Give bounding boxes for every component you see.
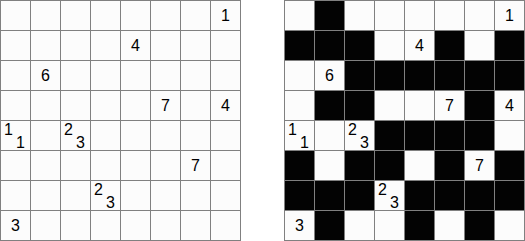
solution-cell-r1c6	[435, 1, 465, 31]
puzzle-cell-r8c5	[121, 211, 151, 241]
puzzle-cell-r2c4	[91, 31, 121, 61]
clue-value: 7	[465, 151, 494, 180]
clue-value-1: 2	[348, 122, 357, 138]
puzzle-cell-r3c6	[151, 61, 181, 91]
solution-cell-r7c8	[495, 181, 525, 211]
puzzle-cell-r6c7: 7	[181, 151, 211, 181]
solution-cell-r3c3	[345, 61, 375, 91]
puzzle-cell-r4c4	[91, 91, 121, 121]
puzzle-board: 1467411237233	[0, 0, 241, 241]
clue-value: 4	[495, 91, 524, 120]
puzzle-cell-r2c6	[151, 31, 181, 61]
clue-value: 3	[285, 211, 314, 240]
solution-cell-r7c4: 23	[375, 181, 405, 211]
clue-value: 7	[181, 151, 210, 180]
clue-value: 7	[435, 91, 464, 120]
puzzle-cell-r1c6	[151, 1, 181, 31]
solution-cell-r2c5: 4	[405, 31, 435, 61]
clue-value: 3	[1, 211, 30, 240]
solution-cell-r2c6	[435, 31, 465, 61]
puzzle-cell-r5c7	[181, 121, 211, 151]
clue-value: 7	[151, 91, 180, 120]
solution-cell-r6c7: 7	[465, 151, 495, 181]
puzzle-cell-r8c7	[181, 211, 211, 241]
solution-board: 1467411237233	[284, 0, 525, 241]
solution-cell-r3c4	[375, 61, 405, 91]
puzzle-cell-r2c1	[1, 31, 31, 61]
clue-value: 1	[211, 1, 240, 30]
solution-cell-r1c3	[345, 1, 375, 31]
solution-cell-r5c3: 23	[345, 121, 375, 151]
clue-value: 1	[495, 1, 524, 30]
solution-cell-r7c3	[345, 181, 375, 211]
clue-value-2: 1	[16, 135, 25, 151]
solution-cell-r6c8	[495, 151, 525, 181]
puzzle-cell-r2c3	[61, 31, 91, 61]
puzzle-cell-r1c7	[181, 1, 211, 31]
puzzle-cell-r1c1	[1, 1, 31, 31]
solution-cell-r3c1	[285, 61, 315, 91]
solution-cell-r4c6: 7	[435, 91, 465, 121]
solution-cell-r4c8: 4	[495, 91, 525, 121]
clue-value: 4	[121, 31, 150, 60]
puzzle-cell-r7c1	[1, 181, 31, 211]
solution-cell-r2c7	[465, 31, 495, 61]
solution-cell-r1c8: 1	[495, 1, 525, 31]
puzzle-cell-r7c5	[121, 181, 151, 211]
puzzle-cell-r5c3: 23	[61, 121, 91, 151]
puzzle-cell-r7c8	[211, 181, 241, 211]
puzzle-cell-r5c2	[31, 121, 61, 151]
solution-cell-r8c6	[435, 211, 465, 241]
puzzle-cell-r4c7	[181, 91, 211, 121]
solution-cell-r4c1	[285, 91, 315, 121]
tapa-puzzle-diagram: 1467411237233 1467411237233	[0, 0, 525, 241]
solution-cell-r4c4	[375, 91, 405, 121]
solution-cell-r2c1	[285, 31, 315, 61]
solution-cell-r8c1: 3	[285, 211, 315, 241]
puzzle-cell-r4c2	[31, 91, 61, 121]
solution-cell-r5c8	[495, 121, 525, 151]
puzzle-cell-r6c1	[1, 151, 31, 181]
puzzle-cell-r2c7	[181, 31, 211, 61]
puzzle-cell-r3c8	[211, 61, 241, 91]
puzzle-cell-r6c6	[151, 151, 181, 181]
puzzle-cell-r3c2: 6	[31, 61, 61, 91]
solution-cell-r6c2	[315, 151, 345, 181]
solution-cell-r5c2	[315, 121, 345, 151]
solution-cell-r4c3	[345, 91, 375, 121]
clue-value-2: 3	[106, 195, 115, 211]
puzzle-cell-r4c6: 7	[151, 91, 181, 121]
puzzle-cell-r1c8: 1	[211, 1, 241, 31]
puzzle-cell-r6c5	[121, 151, 151, 181]
puzzle-cell-r4c5	[121, 91, 151, 121]
puzzle-cell-r6c3	[61, 151, 91, 181]
puzzle-cell-r7c2	[31, 181, 61, 211]
clue-value: 4	[405, 31, 434, 60]
puzzle-cell-r8c8	[211, 211, 241, 241]
puzzle-cell-r8c1: 3	[1, 211, 31, 241]
solution-cell-r7c1	[285, 181, 315, 211]
puzzle-cell-r2c8	[211, 31, 241, 61]
solution-cell-r3c5	[405, 61, 435, 91]
puzzle-cell-r5c5	[121, 121, 151, 151]
puzzle-cell-r7c3	[61, 181, 91, 211]
puzzle-cell-r7c7	[181, 181, 211, 211]
puzzle-cell-r1c2	[31, 1, 61, 31]
solution-cell-r7c2	[315, 181, 345, 211]
solution-cell-r4c7	[465, 91, 495, 121]
solution-cell-r7c6	[435, 181, 465, 211]
solution-cell-r8c8	[495, 211, 525, 241]
solution-cell-r8c4	[375, 211, 405, 241]
clue-value-1: 2	[378, 182, 387, 198]
puzzle-cell-r6c8	[211, 151, 241, 181]
solution-cell-r4c2	[315, 91, 345, 121]
puzzle-cell-r1c5	[121, 1, 151, 31]
solution-cell-r8c3	[345, 211, 375, 241]
solution-cell-r6c5	[405, 151, 435, 181]
puzzle-cell-r4c8: 4	[211, 91, 241, 121]
solution-cell-r3c8	[495, 61, 525, 91]
clue-value-2: 3	[360, 135, 369, 151]
puzzle-cell-r5c6	[151, 121, 181, 151]
solution-cell-r5c1: 11	[285, 121, 315, 151]
puzzle-cell-r3c7	[181, 61, 211, 91]
solution-cell-r6c4	[375, 151, 405, 181]
clue-value-1: 2	[64, 122, 73, 138]
puzzle-cell-r8c4	[91, 211, 121, 241]
clue-value: 6	[31, 61, 60, 90]
solution-cell-r5c4	[375, 121, 405, 151]
puzzle-cell-r1c3	[61, 1, 91, 31]
puzzle-cell-r3c3	[61, 61, 91, 91]
clue-value-2: 1	[300, 135, 309, 151]
puzzle-cell-r4c3	[61, 91, 91, 121]
puzzle-cell-r8c2	[31, 211, 61, 241]
clue-value: 6	[315, 61, 344, 90]
solution-cell-r8c5	[405, 211, 435, 241]
clue-value-1: 2	[94, 182, 103, 198]
puzzle-cell-r5c8	[211, 121, 241, 151]
clue-value-2: 3	[76, 135, 85, 151]
solution-cell-r3c6	[435, 61, 465, 91]
clue-value-2: 3	[390, 195, 399, 211]
puzzle-cell-r7c6	[151, 181, 181, 211]
solution-cell-r1c2	[315, 1, 345, 31]
solution-cell-r6c6	[435, 151, 465, 181]
puzzle-cell-r6c2	[31, 151, 61, 181]
solution-cell-r8c2	[315, 211, 345, 241]
solution-cell-r1c5	[405, 1, 435, 31]
solution-cell-r5c5	[405, 121, 435, 151]
clue-value-1: 1	[288, 122, 297, 138]
solution-cell-r4c5	[405, 91, 435, 121]
solution-cell-r2c4	[375, 31, 405, 61]
puzzle-cell-r3c5	[121, 61, 151, 91]
puzzle-cell-r2c5: 4	[121, 31, 151, 61]
solution-cell-r2c8	[495, 31, 525, 61]
solution-cell-r7c7	[465, 181, 495, 211]
puzzle-cell-r8c3	[61, 211, 91, 241]
puzzle-cell-r1c4	[91, 1, 121, 31]
puzzle-cell-r7c4: 23	[91, 181, 121, 211]
clue-value-1: 1	[4, 122, 13, 138]
puzzle-cell-r6c4	[91, 151, 121, 181]
puzzle-cell-r3c1	[1, 61, 31, 91]
solution-cell-r6c1	[285, 151, 315, 181]
puzzle-cell-r5c4	[91, 121, 121, 151]
solution-cell-r8c7	[465, 211, 495, 241]
solution-cell-r1c7	[465, 1, 495, 31]
solution-cell-r6c3	[345, 151, 375, 181]
solution-cell-r5c7	[465, 121, 495, 151]
solution-cell-r5c6	[435, 121, 465, 151]
puzzle-cell-r2c2	[31, 31, 61, 61]
puzzle-cell-r4c1	[1, 91, 31, 121]
solution-cell-r2c2	[315, 31, 345, 61]
solution-cell-r3c2: 6	[315, 61, 345, 91]
puzzle-cell-r5c1: 11	[1, 121, 31, 151]
solution-cell-r1c1	[285, 1, 315, 31]
puzzle-cell-r8c6	[151, 211, 181, 241]
solution-cell-r1c4	[375, 1, 405, 31]
solution-cell-r7c5	[405, 181, 435, 211]
puzzle-cell-r3c4	[91, 61, 121, 91]
solution-cell-r2c3	[345, 31, 375, 61]
clue-value: 4	[211, 91, 240, 120]
solution-cell-r3c7	[465, 61, 495, 91]
